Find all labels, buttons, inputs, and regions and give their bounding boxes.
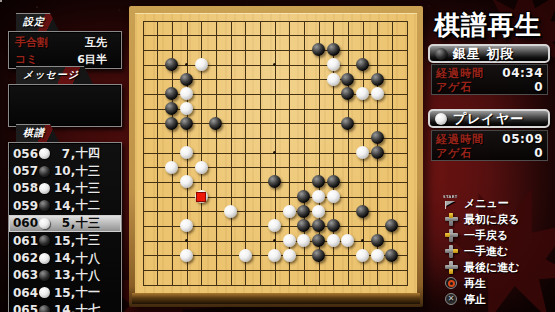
page-title: 棋譜再生: [423, 8, 553, 43]
white-stone: [180, 146, 193, 159]
move-coord-x: 15: [54, 234, 70, 248]
black-stone: [165, 102, 178, 115]
black-stone: [165, 87, 178, 100]
star-point: [273, 63, 276, 66]
move-list: 0567,十四05710,十三05814,十三05914,十二0605,十三06…: [8, 142, 122, 312]
menu-item-dpad-up[interactable]: 最初に戻る: [443, 211, 553, 227]
handicap-value: 互先: [85, 35, 107, 50]
dpad-active-arm: [445, 233, 450, 237]
white-stone: [195, 161, 208, 174]
move-coord-y: 十三: [76, 232, 100, 249]
black-stone: [297, 205, 310, 218]
player1-captures-value: 0: [534, 80, 543, 94]
player2-captures-label: アゲ石: [436, 146, 473, 161]
move-number: 058: [13, 181, 38, 195]
white-stone: [283, 234, 296, 247]
player1-captures-row: アゲ石 0: [436, 80, 543, 94]
player2-time-value: 05:09: [502, 132, 543, 146]
grid-line: [392, 21, 393, 286]
black-stone: [268, 175, 281, 188]
move-coord-x: 14: [54, 199, 70, 213]
move-row[interactable]: 06115,十三: [9, 232, 121, 249]
move-coord-y: 十三: [76, 180, 100, 197]
move-coord-y: 十八: [76, 250, 100, 267]
move-coord-y: 十三: [76, 215, 100, 232]
black-stone: [371, 73, 384, 86]
black-stone: [327, 175, 340, 188]
x-button-icon: [443, 293, 459, 305]
dpad-shape: [445, 261, 458, 274]
menu-header: START メニュー: [443, 195, 553, 211]
menu-item-circle-button[interactable]: 再生: [443, 275, 553, 291]
white-stone: [356, 87, 369, 100]
black-stone: [327, 219, 340, 232]
move-number: 062: [13, 251, 38, 265]
dpad-active-arm: [449, 269, 453, 274]
black-stone-icon: [39, 166, 50, 177]
black-stone-icon: [39, 235, 50, 246]
move-coord-x: 13: [54, 268, 70, 282]
white-stone: [312, 190, 325, 203]
white-stone: [327, 234, 340, 247]
move-number: 060: [13, 216, 38, 230]
black-stone: [165, 58, 178, 71]
move-coord-x: 7: [54, 147, 70, 161]
board-grid: [135, 13, 417, 293]
black-stone: [371, 234, 384, 247]
move-coord-x: 14: [54, 181, 70, 195]
player2-captures-value: 0: [534, 146, 543, 160]
move-coord-x: 5: [54, 216, 70, 230]
player1-captures-label: アゲ石: [436, 80, 473, 95]
white-stone: [180, 175, 193, 188]
white-stone: [356, 249, 369, 262]
move-row[interactable]: 06415,十一: [9, 284, 121, 301]
last-move-marker: [196, 192, 206, 202]
move-row[interactable]: 05814,十三: [9, 180, 121, 197]
move-row[interactable]: 05710,十三: [9, 162, 121, 179]
player1-time-value: 04:34: [502, 66, 543, 80]
black-stone-icon: [39, 270, 50, 281]
menu-item-dpad-right[interactable]: 一手進む: [443, 243, 553, 259]
black-stone-icon: [39, 200, 50, 211]
player1-info: 経過時間 04:34 アゲ石 0: [431, 64, 548, 95]
black-stone-icon: [435, 48, 447, 60]
black-stone: [341, 117, 354, 130]
player1-time-row: 経過時間 04:34: [436, 66, 543, 80]
move-number: 063: [13, 268, 38, 282]
black-stone: [312, 234, 325, 247]
black-stone: [165, 117, 178, 130]
grid-line: [143, 270, 408, 271]
white-stone: [327, 73, 340, 86]
white-stone: [268, 249, 281, 262]
move-coord-x: 14: [54, 251, 70, 265]
settings-panel: 設定 手合割 互先 コミ 6目半: [8, 10, 122, 69]
message-panel: メッセージ: [8, 63, 122, 127]
menu-item-label: 一手進む: [464, 244, 508, 259]
menu-item-x-button[interactable]: 停止: [443, 291, 553, 307]
move-coord-y: 十二: [76, 197, 100, 214]
dpad-left-icon: [443, 229, 459, 242]
star-point: [273, 151, 276, 154]
player1-name: 銀星 初段: [453, 45, 515, 63]
white-stone: [268, 219, 281, 232]
move-coord-y: 十三: [76, 163, 100, 180]
white-stone: [356, 146, 369, 159]
player1-time-label: 経過時間: [436, 66, 484, 81]
kifu-replay-screen: 設定 手合割 互先 コミ 6目半 メッセージ 棋譜 0567,十四05710,十…: [0, 0, 555, 312]
black-stone: [356, 205, 369, 218]
white-stone-icon: [435, 113, 447, 125]
black-stone: [312, 43, 325, 56]
board-front-edge: [132, 293, 420, 304]
white-stone-icon: [39, 183, 50, 194]
star-point: [273, 239, 276, 242]
white-stone: [224, 205, 237, 218]
move-row[interactable]: 0605,十三: [9, 215, 121, 232]
player2-name: プレイヤー: [453, 110, 524, 128]
go-board: [129, 6, 423, 307]
start-button-icon: START: [443, 196, 459, 210]
white-stone-icon: [39, 253, 50, 264]
move-row[interactable]: 06313,十八: [9, 267, 121, 284]
background-speckles: [0, 0, 2, 2]
dpad-right-icon: [443, 245, 459, 258]
star-point: [361, 239, 364, 242]
dpad-down-icon: [443, 261, 459, 274]
menu-item-label: 最後に進む: [464, 260, 520, 275]
move-coord-x: 15: [54, 286, 70, 300]
menu-item-dpad-left[interactable]: 一手戻る: [443, 227, 553, 243]
black-stone: [356, 58, 369, 71]
black-stone: [341, 87, 354, 100]
move-coord-y: 十一: [76, 284, 100, 301]
player2-info: 経過時間 05:09 アゲ石 0: [431, 130, 548, 161]
menu-item-label: 再生: [464, 276, 486, 291]
black-stone: [209, 117, 222, 130]
player2-captures-row: アゲ石 0: [436, 146, 543, 160]
move-number: 057: [13, 164, 38, 178]
dpad-up-icon: [443, 213, 459, 226]
menu-item-label: 停止: [464, 292, 486, 307]
white-stone-icon: [39, 148, 50, 159]
black-stone: [312, 219, 325, 232]
circle-button-icon: [443, 277, 459, 289]
black-stone: [341, 73, 354, 86]
white-stone: [327, 58, 340, 71]
black-stone-icon: [39, 305, 50, 312]
black-stone: [371, 146, 384, 159]
move-list-tab: 棋譜: [16, 124, 59, 142]
menu-item-label: 最初に戻る: [464, 212, 520, 227]
white-stone: [180, 102, 193, 115]
player2-name-bar: プレイヤー: [428, 109, 550, 128]
black-stone: [327, 43, 340, 56]
move-row[interactable]: 06214,十八: [9, 249, 121, 266]
move-coord-x: 10: [54, 164, 70, 178]
black-stone: [312, 175, 325, 188]
dpad-active-arm: [449, 213, 453, 218]
player1-name-bar: 銀星 初段: [428, 44, 550, 63]
black-stone: [180, 73, 193, 86]
move-row[interactable]: 06514,十七: [9, 302, 121, 312]
move-coord-y: 十四: [76, 145, 100, 162]
settings-tab: 設定: [16, 13, 59, 31]
move-number: 059: [13, 199, 38, 213]
move-number: 056: [13, 147, 38, 161]
black-stone: [385, 219, 398, 232]
white-stone: [195, 58, 208, 71]
message-tab: メッセージ: [16, 66, 93, 84]
black-stone: [312, 249, 325, 262]
white-stone: [165, 161, 178, 174]
grid-line: [143, 167, 408, 168]
black-stone: [385, 249, 398, 262]
player2-time-label: 経過時間: [436, 132, 484, 147]
handicap-row: 手合割 互先: [9, 34, 121, 51]
move-row[interactable]: 0567,十四: [9, 145, 121, 162]
white-stone-icon: [39, 218, 50, 229]
star-point: [185, 63, 188, 66]
white-stone-icon: [39, 287, 50, 298]
grid-line: [143, 285, 408, 286]
handicap-label: 手合割: [15, 35, 48, 50]
white-stone: [327, 190, 340, 203]
move-number: 065: [13, 303, 38, 312]
black-stone: [297, 190, 310, 203]
circle-button-shape: [445, 277, 457, 289]
x-button-shape: [445, 293, 457, 305]
move-coord-y: 十七: [76, 302, 100, 312]
white-stone: [371, 87, 384, 100]
white-stone: [283, 249, 296, 262]
menu-title: メニュー: [464, 196, 509, 211]
white-stone: [312, 205, 325, 218]
white-stone: [180, 87, 193, 100]
white-stone: [297, 234, 310, 247]
white-stone: [371, 249, 384, 262]
dpad-shape: [445, 229, 458, 242]
move-number: 061: [13, 234, 38, 248]
move-row[interactable]: 05914,十二: [9, 197, 121, 214]
black-stone: [297, 219, 310, 232]
move-list-panel: 棋譜 0567,十四05710,十三05814,十三05914,十二0605,十…: [8, 121, 122, 312]
black-stone: [371, 131, 384, 144]
player2-time-row: 経過時間 05:09: [436, 132, 543, 146]
white-stone: [180, 219, 193, 232]
board-surface: [135, 13, 417, 293]
grid-line: [143, 197, 408, 198]
move-coord-y: 十八: [76, 267, 100, 284]
menu-item-dpad-down[interactable]: 最後に進む: [443, 259, 553, 275]
menu: START メニュー 最初に戻る一手戻る一手進む最後に進む再生停止: [443, 195, 553, 307]
dpad-active-arm: [453, 249, 458, 253]
dpad-shape: [445, 245, 458, 258]
white-stone: [239, 249, 252, 262]
black-stone: [180, 117, 193, 130]
dpad-shape: [445, 213, 458, 226]
star-point: [185, 239, 188, 242]
white-stone: [283, 205, 296, 218]
menu-item-label: 一手戻る: [464, 228, 508, 243]
grid-line: [407, 21, 408, 286]
move-coord-x: 14: [54, 303, 70, 312]
move-number: 064: [13, 286, 38, 300]
white-stone: [180, 249, 193, 262]
white-stone: [341, 234, 354, 247]
